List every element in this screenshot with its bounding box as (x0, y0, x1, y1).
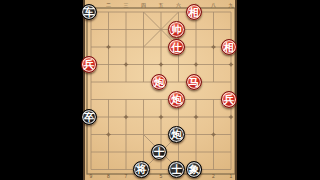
piece-glyph: 帅 (171, 24, 182, 35)
piece-red-elephant[interactable]: 相 (221, 39, 238, 56)
piece-red-advisor[interactable]: 仕 (168, 39, 185, 56)
piece-red-elephant[interactable]: 相 (186, 4, 203, 21)
piece-glyph: 炮 (171, 94, 182, 105)
piece-glyph: 士 (154, 147, 165, 158)
piece-glyph: 将 (136, 164, 147, 175)
piece-glyph: 车 (84, 7, 95, 18)
piece-glyph: 相 (224, 42, 235, 53)
piece-glyph: 炮 (171, 129, 182, 140)
piece-glyph: 士 (171, 164, 182, 175)
piece-black-advisor[interactable]: 士 (168, 161, 185, 178)
piece-glyph: 相 (189, 7, 200, 18)
piece-black-soldier[interactable]: 卒 (81, 109, 98, 126)
piece-black-chariot[interactable]: 车 (81, 4, 98, 21)
letterbox-left (0, 0, 83, 180)
piece-glyph: 兵 (84, 59, 95, 69)
piece-glyph: 卒 (84, 112, 95, 123)
piece-glyph: 马 (189, 77, 200, 88)
pieces-layer: 车相帅仕相兵炮马炮兵卒炮士将士象 (80, 3, 238, 178)
piece-glyph: 炮 (154, 77, 165, 88)
piece-red-soldier[interactable]: 兵 (81, 56, 98, 73)
piece-red-cannon[interactable]: 炮 (151, 74, 168, 91)
piece-red-soldier[interactable]: 兵 (221, 91, 238, 108)
piece-red-cannon[interactable]: 炮 (168, 91, 185, 108)
piece-black-elephant[interactable]: 象 (186, 161, 203, 178)
piece-glyph: 兵 (224, 94, 235, 105)
xiangqi-board[interactable]: 一二三四五六七八九 987654321 车相帅仕相兵炮马炮兵卒炮士将士象 (83, 0, 237, 180)
piece-glyph: 仕 (171, 42, 182, 53)
letterbox-right (237, 0, 320, 180)
piece-black-cannon[interactable]: 炮 (168, 126, 185, 143)
video-frame: 一二三四五六七八九 987654321 车相帅仕相兵炮马炮兵卒炮士将士象 (0, 0, 320, 180)
piece-red-general[interactable]: 帅 (168, 21, 185, 38)
piece-black-advisor[interactable]: 士 (151, 144, 168, 161)
piece-red-horse[interactable]: 马 (186, 74, 203, 91)
piece-black-general[interactable]: 将 (133, 161, 150, 178)
piece-glyph: 象 (189, 164, 200, 175)
